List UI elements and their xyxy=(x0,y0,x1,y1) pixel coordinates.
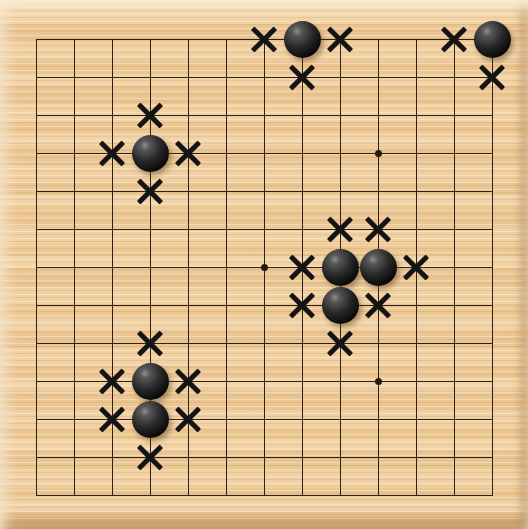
liberty-marker-x[interactable] xyxy=(475,60,509,94)
liberty-marker-x[interactable] xyxy=(361,212,395,246)
liberty-marker-x[interactable] xyxy=(171,402,205,436)
black-stone[interactable] xyxy=(284,21,321,58)
black-stone[interactable] xyxy=(132,401,169,438)
liberty-marker-x[interactable] xyxy=(171,136,205,170)
star-point xyxy=(375,378,382,385)
liberty-marker-x[interactable] xyxy=(285,60,319,94)
liberty-marker-x[interactable] xyxy=(437,22,471,56)
liberty-marker-x[interactable] xyxy=(133,326,167,360)
star-point xyxy=(375,150,382,157)
liberty-marker-x[interactable] xyxy=(285,288,319,322)
black-stone[interactable] xyxy=(322,287,359,324)
liberty-marker-x[interactable] xyxy=(361,288,395,322)
black-stone[interactable] xyxy=(474,21,511,58)
liberty-marker-x[interactable] xyxy=(247,22,281,56)
liberty-marker-x[interactable] xyxy=(133,174,167,208)
liberty-marker-x[interactable] xyxy=(323,212,357,246)
liberty-marker-x[interactable] xyxy=(171,364,205,398)
black-stone[interactable] xyxy=(132,363,169,400)
liberty-marker-x[interactable] xyxy=(133,98,167,132)
liberty-marker-x[interactable] xyxy=(133,440,167,474)
liberty-marker-x[interactable] xyxy=(95,402,129,436)
black-stone[interactable] xyxy=(132,135,169,172)
liberty-marker-x[interactable] xyxy=(323,22,357,56)
black-stone[interactable] xyxy=(322,249,359,286)
black-stone[interactable] xyxy=(360,249,397,286)
star-point xyxy=(261,264,268,271)
liberty-marker-x[interactable] xyxy=(323,326,357,360)
liberty-marker-x[interactable] xyxy=(95,364,129,398)
liberty-marker-x[interactable] xyxy=(399,250,433,284)
liberty-marker-x[interactable] xyxy=(285,250,319,284)
liberty-marker-x[interactable] xyxy=(95,136,129,170)
go-board xyxy=(0,0,528,529)
